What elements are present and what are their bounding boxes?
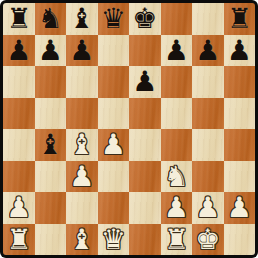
square-b6[interactable] (35, 66, 67, 98)
black-pawn[interactable]: ♟ (227, 35, 252, 67)
square-f5[interactable] (161, 98, 193, 130)
square-g3[interactable] (192, 161, 224, 193)
square-f2[interactable]: ♟ (161, 192, 193, 224)
square-h2[interactable]: ♟ (224, 192, 256, 224)
square-g1[interactable]: ♚ (192, 224, 224, 256)
chess-board-frame: ♜♞♝♛♚♜♟♟♟♟♟♟♟♝♝♟♟♞♟♟♟♟♜♝♛♜♚ (0, 0, 258, 258)
square-c3[interactable]: ♟ (66, 161, 98, 193)
square-a7[interactable]: ♟ (3, 35, 35, 67)
square-d1[interactable]: ♛ (98, 224, 130, 256)
square-h6[interactable] (224, 66, 256, 98)
square-c2[interactable] (66, 192, 98, 224)
white-bishop[interactable]: ♝ (69, 129, 94, 161)
square-h4[interactable] (224, 129, 256, 161)
square-a8[interactable]: ♜ (3, 3, 35, 35)
square-a5[interactable] (3, 98, 35, 130)
square-f4[interactable] (161, 129, 193, 161)
black-pawn[interactable]: ♟ (195, 35, 220, 67)
white-rook[interactable]: ♜ (164, 224, 189, 256)
black-rook[interactable]: ♜ (227, 3, 252, 35)
square-h5[interactable] (224, 98, 256, 130)
square-a6[interactable] (3, 66, 35, 98)
square-g2[interactable]: ♟ (192, 192, 224, 224)
square-g7[interactable]: ♟ (192, 35, 224, 67)
white-bishop[interactable]: ♝ (69, 224, 94, 256)
square-d2[interactable] (98, 192, 130, 224)
black-king[interactable]: ♚ (132, 3, 157, 35)
square-b5[interactable] (35, 98, 67, 130)
white-knight[interactable]: ♞ (164, 161, 189, 193)
white-pawn[interactable]: ♟ (227, 192, 252, 224)
square-e6[interactable]: ♟ (129, 66, 161, 98)
white-queen[interactable]: ♛ (101, 224, 126, 256)
square-h3[interactable] (224, 161, 256, 193)
black-pawn[interactable]: ♟ (164, 35, 189, 67)
square-d7[interactable] (98, 35, 130, 67)
white-pawn[interactable]: ♟ (6, 192, 31, 224)
square-d5[interactable] (98, 98, 130, 130)
square-h7[interactable]: ♟ (224, 35, 256, 67)
square-g6[interactable] (192, 66, 224, 98)
white-rook[interactable]: ♜ (6, 224, 31, 256)
black-pawn[interactable]: ♟ (132, 66, 157, 98)
square-e7[interactable] (129, 35, 161, 67)
black-queen[interactable]: ♛ (101, 3, 126, 35)
square-f8[interactable] (161, 3, 193, 35)
white-pawn[interactable]: ♟ (69, 161, 94, 193)
black-knight[interactable]: ♞ (38, 3, 63, 35)
black-rook[interactable]: ♜ (6, 3, 31, 35)
square-c4[interactable]: ♝ (66, 129, 98, 161)
square-e4[interactable] (129, 129, 161, 161)
square-c8[interactable]: ♝ (66, 3, 98, 35)
square-e3[interactable] (129, 161, 161, 193)
square-g5[interactable] (192, 98, 224, 130)
square-c7[interactable]: ♟ (66, 35, 98, 67)
square-a4[interactable] (3, 129, 35, 161)
square-c5[interactable] (66, 98, 98, 130)
black-pawn[interactable]: ♟ (38, 35, 63, 67)
square-h8[interactable]: ♜ (224, 3, 256, 35)
square-b1[interactable] (35, 224, 67, 256)
square-f3[interactable]: ♞ (161, 161, 193, 193)
square-g8[interactable] (192, 3, 224, 35)
square-d3[interactable] (98, 161, 130, 193)
square-e2[interactable] (129, 192, 161, 224)
square-b8[interactable]: ♞ (35, 3, 67, 35)
white-pawn[interactable]: ♟ (195, 192, 220, 224)
square-b2[interactable] (35, 192, 67, 224)
square-e1[interactable] (129, 224, 161, 256)
square-g4[interactable] (192, 129, 224, 161)
white-king[interactable]: ♚ (195, 224, 220, 256)
black-bishop[interactable]: ♝ (38, 129, 63, 161)
square-h1[interactable] (224, 224, 256, 256)
square-a1[interactable]: ♜ (3, 224, 35, 256)
square-b4[interactable]: ♝ (35, 129, 67, 161)
white-pawn[interactable]: ♟ (164, 192, 189, 224)
square-c6[interactable] (66, 66, 98, 98)
square-c1[interactable]: ♝ (66, 224, 98, 256)
white-pawn[interactable]: ♟ (101, 129, 126, 161)
chess-board: ♜♞♝♛♚♜♟♟♟♟♟♟♟♝♝♟♟♞♟♟♟♟♜♝♛♜♚ (3, 3, 255, 255)
square-b7[interactable]: ♟ (35, 35, 67, 67)
square-d8[interactable]: ♛ (98, 3, 130, 35)
square-e8[interactable]: ♚ (129, 3, 161, 35)
square-d4[interactable]: ♟ (98, 129, 130, 161)
square-f1[interactable]: ♜ (161, 224, 193, 256)
square-e5[interactable] (129, 98, 161, 130)
black-pawn[interactable]: ♟ (69, 35, 94, 67)
square-f7[interactable]: ♟ (161, 35, 193, 67)
black-bishop[interactable]: ♝ (69, 3, 94, 35)
square-f6[interactable] (161, 66, 193, 98)
square-a2[interactable]: ♟ (3, 192, 35, 224)
black-pawn[interactable]: ♟ (6, 35, 31, 67)
square-a3[interactable] (3, 161, 35, 193)
square-d6[interactable] (98, 66, 130, 98)
square-b3[interactable] (35, 161, 67, 193)
